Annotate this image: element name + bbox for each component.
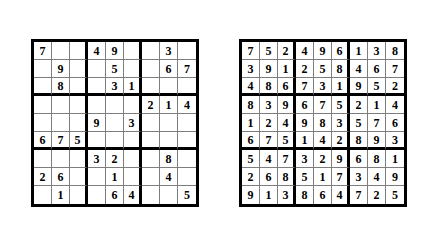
sudoku-cell-solution-r5c9: 6 — [386, 114, 404, 132]
sudoku-cell-puzzle-r8c2: 6 — [52, 168, 70, 186]
sudoku-cell-puzzle-r9c7[interactable] — [142, 186, 160, 204]
sudoku-cell-solution-r3c8: 5 — [368, 78, 386, 96]
sudoku-cell-solution-r2c7: 4 — [350, 60, 368, 78]
sudoku-cell-puzzle-r4c8: 1 — [160, 96, 178, 114]
sudoku-cell-puzzle-r6c7[interactable] — [142, 132, 160, 150]
sudoku-cell-puzzle-r2c1[interactable] — [34, 60, 52, 78]
sudoku-cell-puzzle-r4c9: 4 — [178, 96, 196, 114]
sudoku-cell-puzzle-r2c8: 6 — [160, 60, 178, 78]
sudoku-cell-puzzle-r5c4: 9 — [88, 114, 106, 132]
sudoku-cell-solution-r9c8: 2 — [368, 186, 386, 204]
sudoku-cell-puzzle-r7c4: 3 — [88, 150, 106, 168]
sudoku-cell-solution-r4c7: 2 — [350, 96, 368, 114]
sudoku-cell-puzzle-r7c8: 8 — [160, 150, 178, 168]
sudoku-cell-puzzle-r4c1[interactable] — [34, 96, 52, 114]
sudoku-cell-puzzle-r6c3: 5 — [70, 132, 88, 150]
sudoku-cell-solution-r5c8: 7 — [368, 114, 386, 132]
sudoku-cell-solution-r1c4: 4 — [296, 42, 314, 60]
sudoku-cell-solution-r3c6: 1 — [332, 78, 350, 96]
sudoku-cell-solution-r6c7: 8 — [350, 132, 368, 150]
sudoku-cell-solution-r7c8: 8 — [368, 150, 386, 168]
sudoku-cell-solution-r9c5: 6 — [314, 186, 332, 204]
sudoku-cell-solution-r3c3: 6 — [278, 78, 296, 96]
sudoku-cell-solution-r1c3: 2 — [278, 42, 296, 60]
sudoku-cell-solution-r3c4: 7 — [296, 78, 314, 96]
sudoku-cell-puzzle-r7c9[interactable] — [178, 150, 196, 168]
sudoku-cell-puzzle-r9c1[interactable] — [34, 186, 52, 204]
sudoku-cell-puzzle-r8c3[interactable] — [70, 168, 88, 186]
sudoku-cell-solution-r8c2: 6 — [260, 168, 278, 186]
sudoku-cell-solution-r7c5: 2 — [314, 150, 332, 168]
sudoku-cell-solution-r6c2: 7 — [260, 132, 278, 150]
sudoku-cell-solution-r6c9: 3 — [386, 132, 404, 150]
sudoku-cell-solution-r6c6: 2 — [332, 132, 350, 150]
sudoku-cell-puzzle-r6c5[interactable] — [106, 132, 124, 150]
sudoku-cell-puzzle-r9c3[interactable] — [70, 186, 88, 204]
sudoku-cell-puzzle-r8c7[interactable] — [142, 168, 160, 186]
sudoku-cell-solution-r4c4: 6 — [296, 96, 314, 114]
sudoku-cell-solution-r4c8: 1 — [368, 96, 386, 114]
sudoku-cell-solution-r8c8: 4 — [368, 168, 386, 186]
sudoku-cell-solution-r1c7: 1 — [350, 42, 368, 60]
sudoku-cell-puzzle-r5c6: 3 — [124, 114, 142, 132]
sudoku-cell-solution-r1c2: 5 — [260, 42, 278, 60]
sudoku-cell-puzzle-r6c8[interactable] — [160, 132, 178, 150]
sudoku-cell-solution-r1c9: 8 — [386, 42, 404, 60]
sudoku-cell-solution-r9c9: 5 — [386, 186, 404, 204]
sudoku-cell-solution-r9c4: 8 — [296, 186, 314, 204]
sudoku-cell-puzzle-r1c2[interactable] — [52, 42, 70, 60]
sudoku-cell-solution-r7c3: 7 — [278, 150, 296, 168]
sudoku-cell-solution-r5c7: 5 — [350, 114, 368, 132]
sudoku-cell-solution-r2c9: 7 — [386, 60, 404, 78]
sudoku-cell-puzzle-r1c3[interactable] — [70, 42, 88, 60]
sudoku-cell-puzzle-r3c3[interactable] — [70, 78, 88, 96]
sudoku-cell-solution-r3c7: 9 — [350, 78, 368, 96]
sudoku-cell-solution-r6c1: 6 — [242, 132, 260, 150]
sudoku-cell-puzzle-r4c2[interactable] — [52, 96, 70, 114]
sudoku-cell-puzzle-r2c9: 7 — [178, 60, 196, 78]
sudoku-cell-puzzle-r8c5: 1 — [106, 168, 124, 186]
sudoku-cell-puzzle-r3c6: 1 — [124, 78, 142, 96]
sudoku-cell-solution-r3c1: 4 — [242, 78, 260, 96]
sudoku-cell-solution-r2c1: 3 — [242, 60, 260, 78]
sudoku-cell-solution-r2c6: 8 — [332, 60, 350, 78]
sudoku-cell-puzzle-r1c7[interactable] — [142, 42, 160, 60]
sudoku-cell-solution-r1c8: 3 — [368, 42, 386, 60]
sudoku-cell-puzzle-r2c5: 5 — [106, 60, 124, 78]
sudoku-cell-puzzle-r9c5: 6 — [106, 186, 124, 204]
sudoku-cell-puzzle-r4c3[interactable] — [70, 96, 88, 114]
sudoku-cell-puzzle-r9c8[interactable] — [160, 186, 178, 204]
sudoku-cell-solution-r2c5: 5 — [314, 60, 332, 78]
sudoku-cell-solution-r5c5: 8 — [314, 114, 332, 132]
sudoku-cell-solution-r4c1: 8 — [242, 96, 260, 114]
sudoku-cell-puzzle-r8c6[interactable] — [124, 168, 142, 186]
sudoku-cell-puzzle-r5c7[interactable] — [142, 114, 160, 132]
sudoku-cell-solution-r9c6: 4 — [332, 186, 350, 204]
sudoku-cell-solution-r7c4: 3 — [296, 150, 314, 168]
sudoku-cell-solution-r9c7: 7 — [350, 186, 368, 204]
sudoku-cell-solution-r8c4: 5 — [296, 168, 314, 186]
sudoku-cell-puzzle-r1c8: 3 — [160, 42, 178, 60]
sudoku-cell-solution-r7c1: 5 — [242, 150, 260, 168]
sudoku-cell-puzzle-r1c1: 7 — [34, 42, 52, 60]
sudoku-cell-solution-r5c4: 9 — [296, 114, 314, 132]
sudoku-solution-board: 7524961383912584674867319528396752141249… — [239, 39, 407, 207]
sudoku-cell-puzzle-r1c4: 4 — [88, 42, 106, 60]
sudoku-cell-puzzle-r4c5[interactable] — [106, 96, 124, 114]
sudoku-cell-solution-r5c2: 2 — [260, 114, 278, 132]
sudoku-cell-puzzle-r8c1: 2 — [34, 168, 52, 186]
sudoku-cell-puzzle-r5c3[interactable] — [70, 114, 88, 132]
sudoku-cell-puzzle-r1c9[interactable] — [178, 42, 196, 60]
sudoku-cell-puzzle-r3c2: 8 — [52, 78, 70, 96]
sudoku-cell-puzzle-r6c2: 7 — [52, 132, 70, 150]
sudoku-cell-puzzle-r8c4[interactable] — [88, 168, 106, 186]
sudoku-cell-solution-r4c3: 9 — [278, 96, 296, 114]
sudoku-cell-solution-r6c3: 5 — [278, 132, 296, 150]
sudoku-cell-puzzle-r4c6[interactable] — [124, 96, 142, 114]
sudoku-cell-puzzle-r6c6[interactable] — [124, 132, 142, 150]
sudoku-cell-solution-r5c1: 1 — [242, 114, 260, 132]
sudoku-cell-puzzle-r5c2[interactable] — [52, 114, 70, 132]
sudoku-cell-solution-r2c4: 2 — [296, 60, 314, 78]
sudoku-cell-puzzle-r2c3[interactable] — [70, 60, 88, 78]
sudoku-cell-puzzle-r3c1[interactable] — [34, 78, 52, 96]
sudoku-cell-puzzle-r5c8[interactable] — [160, 114, 178, 132]
sudoku-cell-puzzle-r7c6[interactable] — [124, 150, 142, 168]
sudoku-cell-solution-r1c1: 7 — [242, 42, 260, 60]
sudoku-cell-puzzle-r7c3[interactable] — [70, 150, 88, 168]
sudoku-cell-puzzle-r6c9[interactable] — [178, 132, 196, 150]
sudoku-cell-puzzle-r7c1[interactable] — [34, 150, 52, 168]
sudoku-cell-solution-r4c5: 7 — [314, 96, 332, 114]
sudoku-cell-solution-r1c5: 9 — [314, 42, 332, 60]
sudoku-cell-puzzle-r2c2: 9 — [52, 60, 70, 78]
sudoku-cell-puzzle-r3c4[interactable] — [88, 78, 106, 96]
sudoku-cell-puzzle-r9c9: 5 — [178, 186, 196, 204]
sudoku-cell-puzzle-r9c6: 4 — [124, 186, 142, 204]
sudoku-diagram: 749395678312149367532826141645 752496138… — [0, 0, 438, 250]
sudoku-cell-puzzle-r1c6[interactable] — [124, 42, 142, 60]
sudoku-cell-solution-r5c6: 3 — [332, 114, 350, 132]
sudoku-cell-solution-r4c2: 3 — [260, 96, 278, 114]
sudoku-cell-solution-r6c4: 1 — [296, 132, 314, 150]
sudoku-cell-solution-r2c3: 1 — [278, 60, 296, 78]
sudoku-cell-puzzle-r2c7[interactable] — [142, 60, 160, 78]
sudoku-cell-puzzle-r5c1[interactable] — [34, 114, 52, 132]
sudoku-cell-solution-r9c2: 1 — [260, 186, 278, 204]
sudoku-cell-solution-r7c6: 9 — [332, 150, 350, 168]
sudoku-cell-solution-r4c9: 4 — [386, 96, 404, 114]
sudoku-cell-solution-r8c1: 2 — [242, 168, 260, 186]
sudoku-cell-puzzle-r3c8[interactable] — [160, 78, 178, 96]
sudoku-cell-solution-r3c5: 3 — [314, 78, 332, 96]
sudoku-cell-puzzle-r1c5: 9 — [106, 42, 124, 60]
sudoku-cell-puzzle-r4c4[interactable] — [88, 96, 106, 114]
sudoku-cell-solution-r1c6: 6 — [332, 42, 350, 60]
sudoku-cell-solution-r6c5: 4 — [314, 132, 332, 150]
sudoku-cell-solution-r9c3: 3 — [278, 186, 296, 204]
sudoku-cell-solution-r8c7: 3 — [350, 168, 368, 186]
sudoku-cell-puzzle-r7c5: 2 — [106, 150, 124, 168]
sudoku-cell-puzzle-r2c4[interactable] — [88, 60, 106, 78]
sudoku-cell-solution-r3c9: 2 — [386, 78, 404, 96]
sudoku-cell-solution-r8c3: 8 — [278, 168, 296, 186]
sudoku-cell-puzzle-r6c1: 6 — [34, 132, 52, 150]
sudoku-cell-puzzle-r8c9[interactable] — [178, 168, 196, 186]
sudoku-cell-puzzle-r9c4[interactable] — [88, 186, 106, 204]
sudoku-cell-solution-r2c8: 6 — [368, 60, 386, 78]
sudoku-cell-puzzle-r4c7: 2 — [142, 96, 160, 114]
sudoku-cell-solution-r5c3: 4 — [278, 114, 296, 132]
sudoku-cell-puzzle-r7c2[interactable] — [52, 150, 70, 168]
sudoku-cell-solution-r2c2: 9 — [260, 60, 278, 78]
sudoku-cell-puzzle-r6c4[interactable] — [88, 132, 106, 150]
sudoku-cell-puzzle-r8c8: 4 — [160, 168, 178, 186]
sudoku-cell-puzzle-r5c9[interactable] — [178, 114, 196, 132]
sudoku-cell-puzzle-r3c5: 3 — [106, 78, 124, 96]
sudoku-cell-solution-r8c5: 1 — [314, 168, 332, 186]
sudoku-cell-solution-r9c1: 9 — [242, 186, 260, 204]
sudoku-cell-puzzle-r9c2: 1 — [52, 186, 70, 204]
sudoku-cell-solution-r8c6: 7 — [332, 168, 350, 186]
sudoku-cell-solution-r7c9: 1 — [386, 150, 404, 168]
sudoku-cell-solution-r3c2: 8 — [260, 78, 278, 96]
sudoku-cell-solution-r6c8: 9 — [368, 132, 386, 150]
sudoku-cell-solution-r4c6: 5 — [332, 96, 350, 114]
sudoku-cell-solution-r8c9: 9 — [386, 168, 404, 186]
sudoku-cell-solution-r7c7: 6 — [350, 150, 368, 168]
sudoku-cell-puzzle-r3c7[interactable] — [142, 78, 160, 96]
sudoku-cell-puzzle-r7c7[interactable] — [142, 150, 160, 168]
sudoku-cell-puzzle-r5c5[interactable] — [106, 114, 124, 132]
sudoku-puzzle-board: 749395678312149367532826141645 — [31, 39, 199, 207]
sudoku-cell-solution-r7c2: 4 — [260, 150, 278, 168]
sudoku-cell-puzzle-r3c9[interactable] — [178, 78, 196, 96]
sudoku-cell-puzzle-r2c6[interactable] — [124, 60, 142, 78]
